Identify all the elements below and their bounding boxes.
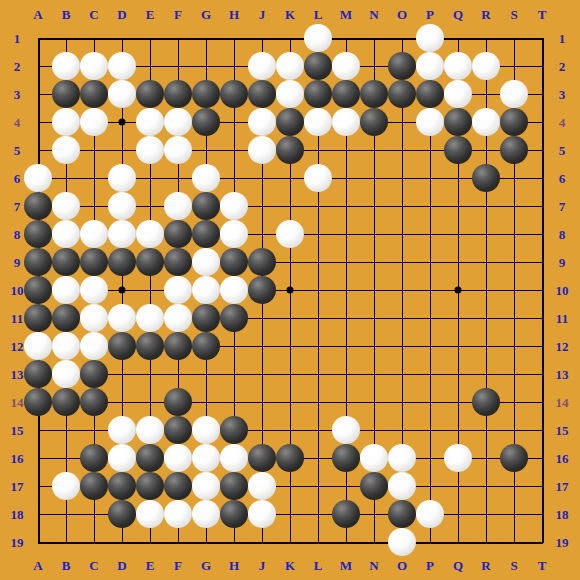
stone-black-g3[interactable] [192, 80, 220, 108]
stone-black-o18[interactable] [388, 500, 416, 528]
stone-white-s3[interactable] [500, 80, 528, 108]
stone-white-d3[interactable] [108, 80, 136, 108]
column-label-bottom-s: S [510, 559, 517, 572]
column-label-top-o: O [397, 8, 407, 21]
stone-black-e12[interactable] [136, 332, 164, 360]
stone-black-r14[interactable] [472, 388, 500, 416]
go-board[interactable]: AABBCCDDEEFFGGHHJJKKLLMMNNOOPPQQRRSSTT11… [0, 0, 580, 580]
stone-white-k3[interactable] [276, 80, 304, 108]
stone-black-j9[interactable] [248, 248, 276, 276]
row-label-left-11: 11 [11, 312, 23, 325]
stone-black-e16[interactable] [136, 444, 164, 472]
row-label-right-8: 8 [559, 228, 566, 241]
stone-black-h11[interactable] [220, 304, 248, 332]
row-label-right-4: 4 [559, 116, 566, 129]
stone-white-d11[interactable] [108, 304, 136, 332]
column-label-top-d: D [117, 8, 126, 21]
row-label-left-13: 13 [11, 368, 24, 381]
column-label-bottom-c: C [89, 559, 98, 572]
column-label-top-n: N [369, 8, 378, 21]
stone-black-e17[interactable] [136, 472, 164, 500]
stone-white-k8[interactable] [276, 220, 304, 248]
stone-white-f11[interactable] [164, 304, 192, 332]
stone-white-c12[interactable] [80, 332, 108, 360]
stone-white-g18[interactable] [192, 500, 220, 528]
column-label-bottom-p: P [426, 559, 434, 572]
stone-black-f3[interactable] [164, 80, 192, 108]
column-label-top-l: L [314, 8, 323, 21]
column-label-bottom-l: L [314, 559, 323, 572]
stone-white-b8[interactable] [52, 220, 80, 248]
stone-white-q16[interactable] [444, 444, 472, 472]
column-label-top-t: T [538, 8, 547, 21]
stone-black-h18[interactable] [220, 500, 248, 528]
stone-black-h3[interactable] [220, 80, 248, 108]
stone-white-g10[interactable] [192, 276, 220, 304]
stone-white-d7[interactable] [108, 192, 136, 220]
stone-black-m18[interactable] [332, 500, 360, 528]
stone-black-f9[interactable] [164, 248, 192, 276]
stone-white-r4[interactable] [472, 108, 500, 136]
stone-white-p2[interactable] [416, 52, 444, 80]
stone-white-j4[interactable] [248, 108, 276, 136]
stone-black-f17[interactable] [164, 472, 192, 500]
stone-white-b13[interactable] [52, 360, 80, 388]
row-label-left-17: 17 [11, 480, 24, 493]
row-label-left-3: 3 [14, 88, 21, 101]
column-label-bottom-b: B [62, 559, 71, 572]
stone-white-j17[interactable] [248, 472, 276, 500]
column-label-bottom-o: O [397, 559, 407, 572]
row-label-right-11: 11 [556, 312, 568, 325]
stone-white-d6[interactable] [108, 164, 136, 192]
column-label-top-g: G [201, 8, 211, 21]
stone-black-k16[interactable] [276, 444, 304, 472]
column-label-bottom-a: A [33, 559, 42, 572]
stone-black-h15[interactable] [220, 416, 248, 444]
stone-white-o17[interactable] [388, 472, 416, 500]
row-label-right-13: 13 [556, 368, 569, 381]
stone-black-f14[interactable] [164, 388, 192, 416]
stone-black-l2[interactable] [304, 52, 332, 80]
grid-line-horizontal [38, 374, 543, 375]
row-label-left-12: 12 [11, 340, 24, 353]
column-label-top-r: R [481, 8, 490, 21]
stone-black-j3[interactable] [248, 80, 276, 108]
stone-black-f8[interactable] [164, 220, 192, 248]
stone-black-n3[interactable] [360, 80, 388, 108]
row-label-left-5: 5 [14, 144, 21, 157]
stone-white-m15[interactable] [332, 416, 360, 444]
row-label-right-16: 16 [556, 452, 569, 465]
stone-white-c11[interactable] [80, 304, 108, 332]
row-label-right-7: 7 [559, 200, 566, 213]
row-label-right-3: 3 [559, 88, 566, 101]
stone-white-e18[interactable] [136, 500, 164, 528]
stone-black-q5[interactable] [444, 136, 472, 164]
stone-white-h7[interactable] [220, 192, 248, 220]
column-label-top-f: F [174, 8, 182, 21]
column-label-top-e: E [146, 8, 155, 21]
stone-white-b7[interactable] [52, 192, 80, 220]
stone-black-r6[interactable] [472, 164, 500, 192]
stone-white-r2[interactable] [472, 52, 500, 80]
stone-white-f16[interactable] [164, 444, 192, 472]
star-point-d4 [119, 119, 126, 126]
stone-white-e4[interactable] [136, 108, 164, 136]
stone-black-h9[interactable] [220, 248, 248, 276]
row-label-left-8: 8 [14, 228, 21, 241]
column-label-bottom-e: E [146, 559, 155, 572]
stone-white-f7[interactable] [164, 192, 192, 220]
stone-white-m2[interactable] [332, 52, 360, 80]
stone-black-e3[interactable] [136, 80, 164, 108]
stone-white-o16[interactable] [388, 444, 416, 472]
row-label-right-14: 14 [556, 396, 569, 409]
row-label-left-7: 7 [14, 200, 21, 213]
stone-white-p4[interactable] [416, 108, 444, 136]
star-point-q10 [455, 287, 462, 294]
row-label-left-15: 15 [11, 424, 24, 437]
stone-black-h17[interactable] [220, 472, 248, 500]
grid-line-horizontal [38, 542, 543, 544]
stone-white-d2[interactable] [108, 52, 136, 80]
stone-white-j2[interactable] [248, 52, 276, 80]
stone-black-s4[interactable] [500, 108, 528, 136]
row-label-left-14: 14 [11, 396, 24, 409]
stone-white-l1[interactable] [304, 24, 332, 52]
stone-white-h10[interactable] [220, 276, 248, 304]
stone-white-k2[interactable] [276, 52, 304, 80]
stone-black-n17[interactable] [360, 472, 388, 500]
stone-white-f5[interactable] [164, 136, 192, 164]
stone-black-c17[interactable] [80, 472, 108, 500]
stone-white-p1[interactable] [416, 24, 444, 52]
stone-black-b3[interactable] [52, 80, 80, 108]
stone-black-k5[interactable] [276, 136, 304, 164]
row-label-right-5: 5 [559, 144, 566, 157]
column-label-bottom-n: N [369, 559, 378, 572]
stone-black-a13[interactable] [24, 360, 52, 388]
stone-white-q2[interactable] [444, 52, 472, 80]
stone-white-l4[interactable] [304, 108, 332, 136]
stone-white-g16[interactable] [192, 444, 220, 472]
stone-white-a12[interactable] [24, 332, 52, 360]
stone-white-f10[interactable] [164, 276, 192, 304]
stone-white-o19[interactable] [388, 528, 416, 556]
stone-white-a6[interactable] [24, 164, 52, 192]
row-label-left-9: 9 [14, 256, 21, 269]
stone-white-l6[interactable] [304, 164, 332, 192]
stone-white-d8[interactable] [108, 220, 136, 248]
stone-black-a7[interactable] [24, 192, 52, 220]
stone-black-d18[interactable] [108, 500, 136, 528]
star-point-d10 [119, 287, 126, 294]
stone-white-d15[interactable] [108, 416, 136, 444]
stone-white-h16[interactable] [220, 444, 248, 472]
column-label-top-q: Q [453, 8, 463, 21]
stone-white-p18[interactable] [416, 500, 444, 528]
stone-white-h8[interactable] [220, 220, 248, 248]
stone-white-g15[interactable] [192, 416, 220, 444]
stone-white-b10[interactable] [52, 276, 80, 304]
stone-white-c10[interactable] [80, 276, 108, 304]
row-label-right-12: 12 [556, 340, 569, 353]
column-label-bottom-r: R [481, 559, 490, 572]
stone-white-j18[interactable] [248, 500, 276, 528]
stone-black-q4[interactable] [444, 108, 472, 136]
row-label-left-4: 4 [14, 116, 21, 129]
stone-white-f18[interactable] [164, 500, 192, 528]
stone-white-g9[interactable] [192, 248, 220, 276]
column-label-bottom-h: H [229, 559, 239, 572]
stone-white-b5[interactable] [52, 136, 80, 164]
stone-black-a11[interactable] [24, 304, 52, 332]
stone-white-b12[interactable] [52, 332, 80, 360]
column-label-bottom-m: M [340, 559, 352, 572]
stone-black-f12[interactable] [164, 332, 192, 360]
column-label-bottom-t: T [538, 559, 547, 572]
stone-black-p3[interactable] [416, 80, 444, 108]
row-label-right-19: 19 [556, 536, 569, 549]
stone-black-j10[interactable] [248, 276, 276, 304]
stone-black-d17[interactable] [108, 472, 136, 500]
stone-black-c9[interactable] [80, 248, 108, 276]
stone-black-e9[interactable] [136, 248, 164, 276]
column-label-top-c: C [89, 8, 98, 21]
stone-white-e8[interactable] [136, 220, 164, 248]
stone-white-b4[interactable] [52, 108, 80, 136]
column-label-top-m: M [340, 8, 352, 21]
stone-white-b17[interactable] [52, 472, 80, 500]
stone-black-j16[interactable] [248, 444, 276, 472]
stone-black-b11[interactable] [52, 304, 80, 332]
column-label-bottom-d: D [117, 559, 126, 572]
row-label-left-19: 19 [11, 536, 24, 549]
stone-white-g6[interactable] [192, 164, 220, 192]
stone-black-c13[interactable] [80, 360, 108, 388]
stone-white-q3[interactable] [444, 80, 472, 108]
stone-black-g12[interactable] [192, 332, 220, 360]
row-label-right-2: 2 [559, 60, 566, 73]
column-label-top-j: J [259, 8, 266, 21]
stone-white-n16[interactable] [360, 444, 388, 472]
row-label-right-18: 18 [556, 508, 569, 521]
stone-black-o3[interactable] [388, 80, 416, 108]
stone-black-m3[interactable] [332, 80, 360, 108]
stone-black-d9[interactable] [108, 248, 136, 276]
column-label-bottom-j: J [259, 559, 266, 572]
row-label-right-10: 10 [556, 284, 569, 297]
stone-black-g4[interactable] [192, 108, 220, 136]
row-label-right-1: 1 [559, 32, 566, 45]
stone-black-b9[interactable] [52, 248, 80, 276]
stone-black-f15[interactable] [164, 416, 192, 444]
stone-black-c14[interactable] [80, 388, 108, 416]
stone-black-g8[interactable] [192, 220, 220, 248]
stone-white-e5[interactable] [136, 136, 164, 164]
row-label-left-18: 18 [11, 508, 24, 521]
stone-white-d16[interactable] [108, 444, 136, 472]
stone-white-b2[interactable] [52, 52, 80, 80]
stone-white-m4[interactable] [332, 108, 360, 136]
stone-black-d12[interactable] [108, 332, 136, 360]
stone-black-l3[interactable] [304, 80, 332, 108]
stone-black-g11[interactable] [192, 304, 220, 332]
column-label-top-a: A [33, 8, 42, 21]
stone-white-j5[interactable] [248, 136, 276, 164]
stone-white-c2[interactable] [80, 52, 108, 80]
column-label-top-b: B [62, 8, 71, 21]
row-label-right-15: 15 [556, 424, 569, 437]
row-label-right-9: 9 [559, 256, 566, 269]
column-label-top-s: S [510, 8, 517, 21]
row-label-left-2: 2 [14, 60, 21, 73]
column-label-top-h: H [229, 8, 239, 21]
column-label-bottom-f: F [174, 559, 182, 572]
row-label-left-1: 1 [14, 32, 21, 45]
row-label-left-6: 6 [14, 172, 21, 185]
stone-black-a8[interactable] [24, 220, 52, 248]
stone-black-a10[interactable] [24, 276, 52, 304]
column-label-top-k: K [285, 8, 295, 21]
stone-black-c16[interactable] [80, 444, 108, 472]
column-label-bottom-q: Q [453, 559, 463, 572]
star-point-k10 [287, 287, 294, 294]
grid-line-horizontal [38, 402, 543, 403]
stone-black-o2[interactable] [388, 52, 416, 80]
stone-white-f4[interactable] [164, 108, 192, 136]
row-label-left-16: 16 [11, 452, 24, 465]
stone-white-e11[interactable] [136, 304, 164, 332]
column-label-top-p: P [426, 8, 434, 21]
stone-black-s5[interactable] [500, 136, 528, 164]
stone-black-g7[interactable] [192, 192, 220, 220]
stone-black-c3[interactable] [80, 80, 108, 108]
stone-black-a9[interactable] [24, 248, 52, 276]
stone-black-k4[interactable] [276, 108, 304, 136]
grid-line-vertical [542, 38, 544, 543]
row-label-right-6: 6 [559, 172, 566, 185]
stone-white-c4[interactable] [80, 108, 108, 136]
stone-black-a14[interactable] [24, 388, 52, 416]
stone-white-g17[interactable] [192, 472, 220, 500]
stone-black-m16[interactable] [332, 444, 360, 472]
stone-black-s16[interactable] [500, 444, 528, 472]
column-label-bottom-g: G [201, 559, 211, 572]
row-label-left-10: 10 [11, 284, 24, 297]
stone-black-b14[interactable] [52, 388, 80, 416]
stone-white-c8[interactable] [80, 220, 108, 248]
row-label-right-17: 17 [556, 480, 569, 493]
stone-black-n4[interactable] [360, 108, 388, 136]
stone-white-e15[interactable] [136, 416, 164, 444]
column-label-bottom-k: K [285, 559, 295, 572]
